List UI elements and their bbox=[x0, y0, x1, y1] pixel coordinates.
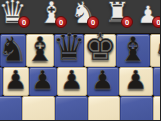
captured-count-badge-knight: 0 bbox=[87, 16, 100, 29]
square-b6[interactable] bbox=[0, 96, 22, 121]
square-d6[interactable] bbox=[55, 96, 88, 121]
black-king-e8[interactable]: ♚ bbox=[83, 29, 116, 66]
captured-count-text: 0 bbox=[22, 18, 26, 27]
black-knight-g8[interactable]: ♞ bbox=[153, 32, 160, 66]
black-pawn-e7[interactable]: ♟ bbox=[91, 67, 114, 93]
black-queen-d8[interactable]: ♛ bbox=[52, 29, 85, 66]
square-g6[interactable] bbox=[153, 96, 161, 121]
square-c6[interactable] bbox=[22, 96, 55, 121]
captured-count-text: 0 bbox=[125, 18, 129, 27]
black-pawn-b7[interactable]: ♟ bbox=[4, 67, 27, 93]
captured-count-text: 0 bbox=[156, 18, 160, 27]
black-pawn-d7[interactable]: ♟ bbox=[60, 67, 83, 93]
captured-count-badge-pawn: 0 bbox=[152, 16, 160, 29]
black-bishop-f8[interactable]: ♝ bbox=[118, 32, 148, 66]
black-pawn-c7[interactable]: ♟ bbox=[31, 67, 54, 93]
captured-count-badge-rook: 0 bbox=[121, 16, 134, 29]
black-pawn-g7[interactable]: ♟ bbox=[159, 67, 160, 93]
captured-count-text: 0 bbox=[91, 18, 95, 27]
black-pawn-f7[interactable]: ♟ bbox=[124, 67, 147, 93]
square-e6[interactable] bbox=[88, 96, 121, 121]
captured-count-text: 0 bbox=[59, 18, 63, 27]
chess-app-screen: ♛0♝0♞0♜0♟0 ♞♝♛♚♝♞♟♟♟♟♟♟ bbox=[0, 0, 160, 120]
black-bishop-c8[interactable]: ♝ bbox=[25, 32, 55, 66]
square-f6[interactable] bbox=[120, 96, 153, 121]
captured-count-badge-queen: 0 bbox=[18, 16, 31, 29]
